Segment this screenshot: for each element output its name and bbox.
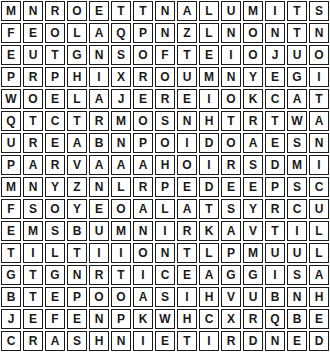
grid-cell-r16c11[interactable]: R [221, 331, 241, 351]
grid-cell-r8c8[interactable]: H [155, 155, 175, 175]
grid-cell-r10c14[interactable]: C [287, 199, 307, 219]
grid-cell-r15c3[interactable]: F [45, 309, 65, 329]
grid-cell-r8c2[interactable]: A [23, 155, 43, 175]
grid-cell-r10c9[interactable]: A [177, 199, 197, 219]
grid-cell-r1c8[interactable]: N [155, 1, 175, 21]
grid-cell-r6c13[interactable]: T [265, 111, 285, 131]
grid-cell-r11c12[interactable]: V [243, 221, 263, 241]
grid-cell-r16c1[interactable]: C [1, 331, 21, 351]
grid-cell-r12c14[interactable]: U [287, 243, 307, 263]
grid-cell-r16c2[interactable]: R [23, 331, 43, 351]
grid-cell-r2c11[interactable]: N [221, 23, 241, 43]
grid-cell-r8c12[interactable]: S [243, 155, 263, 175]
grid-cell-r8c4[interactable]: V [67, 155, 87, 175]
grid-cell-r14c11[interactable]: V [221, 287, 241, 307]
grid-cell-r13c2[interactable]: T [23, 265, 43, 285]
grid-cell-r8c14[interactable]: M [287, 155, 307, 175]
grid-cell-r7c2[interactable]: R [23, 133, 43, 153]
grid-cell-r1c7[interactable]: T [133, 1, 153, 21]
grid-cell-r6c12[interactable]: R [243, 111, 263, 131]
grid-cell-r15c14[interactable]: B [287, 309, 307, 329]
grid-cell-r5c12[interactable]: K [243, 89, 263, 109]
grid-cell-r3c4[interactable]: G [67, 45, 87, 65]
grid-cell-r12c9[interactable]: T [177, 243, 197, 263]
grid-cell-r9c13[interactable]: P [265, 177, 285, 197]
grid-cell-r14c5[interactable]: O [89, 287, 109, 307]
grid-cell-r3c10[interactable]: E [199, 45, 219, 65]
grid-cell-r9c15[interactable]: C [309, 177, 329, 197]
grid-cell-r7c8[interactable]: O [155, 133, 175, 153]
grid-cell-r10c7[interactable]: A [133, 199, 153, 219]
grid-cell-r1c10[interactable]: L [199, 1, 219, 21]
grid-cell-r9c3[interactable]: Y [45, 177, 65, 197]
grid-cell-r5c3[interactable]: E [45, 89, 65, 109]
grid-cell-r10c5[interactable]: E [89, 199, 109, 219]
grid-cell-r16c3[interactable]: A [45, 331, 65, 351]
grid-cell-r11c1[interactable]: E [1, 221, 21, 241]
grid-cell-r6c11[interactable]: T [221, 111, 241, 131]
grid-cell-r4c8[interactable]: O [155, 67, 175, 87]
grid-cell-r6c4[interactable]: T [67, 111, 87, 131]
grid-cell-r1c4[interactable]: O [67, 1, 87, 21]
grid-cell-r12c3[interactable]: L [45, 243, 65, 263]
grid-cell-r15c1[interactable]: J [1, 309, 21, 329]
grid-cell-r16c13[interactable]: N [265, 331, 285, 351]
grid-cell-r13c15[interactable]: A [309, 265, 329, 285]
grid-cell-r14c4[interactable]: P [67, 287, 87, 307]
grid-cell-r15c2[interactable]: E [23, 309, 43, 329]
grid-cell-r11c10[interactable]: K [199, 221, 219, 241]
grid-cell-r15c12[interactable]: R [243, 309, 263, 329]
grid-cell-r6c14[interactable]: W [287, 111, 307, 131]
grid-cell-r2c3[interactable]: O [45, 23, 65, 43]
grid-cell-r3c11[interactable]: I [221, 45, 241, 65]
grid-cell-r5c5[interactable]: A [89, 89, 109, 109]
grid-cell-r8c15[interactable]: I [309, 155, 329, 175]
grid-cell-r14c15[interactable]: H [309, 287, 329, 307]
grid-cell-r13c13[interactable]: I [265, 265, 285, 285]
grid-cell-r4c14[interactable]: G [287, 67, 307, 87]
grid-cell-r4c12[interactable]: Y [243, 67, 263, 87]
grid-cell-r4c5[interactable]: I [89, 67, 109, 87]
grid-cell-r7c14[interactable]: S [287, 133, 307, 153]
grid-cell-r4c15[interactable]: I [309, 67, 329, 87]
grid-cell-r10c11[interactable]: S [221, 199, 241, 219]
grid-cell-r11c13[interactable]: T [265, 221, 285, 241]
grid-cell-r9c4[interactable]: Z [67, 177, 87, 197]
grid-cell-r12c2[interactable]: I [23, 243, 43, 263]
grid-cell-r4c3[interactable]: P [45, 67, 65, 87]
grid-cell-r14c2[interactable]: T [23, 287, 43, 307]
grid-cell-r13c10[interactable]: A [199, 265, 219, 285]
grid-cell-r15c8[interactable]: W [155, 309, 175, 329]
grid-cell-r15c11[interactable]: X [221, 309, 241, 329]
grid-cell-r10c4[interactable]: Y [67, 199, 87, 219]
grid-cell-r6c8[interactable]: S [155, 111, 175, 131]
grid-cell-r5c2[interactable]: O [23, 89, 43, 109]
grid-cell-r13c9[interactable]: E [177, 265, 197, 285]
word-search-grid: MNROETTNALUMITSFEOLAQPNZLNONTNEUTGNSOFTE… [0, 0, 330, 352]
grid-cell-r14c12[interactable]: U [243, 287, 263, 307]
grid-cell-r8c5[interactable]: A [89, 155, 109, 175]
grid-cell-r9c6[interactable]: L [111, 177, 131, 197]
grid-cell-r11c7[interactable]: N [133, 221, 153, 241]
grid-cell-r1c2[interactable]: N [23, 1, 43, 21]
grid-cell-r8c3[interactable]: R [45, 155, 65, 175]
grid-cell-r2c5[interactable]: A [89, 23, 109, 43]
grid-cell-r7c10[interactable]: D [199, 133, 219, 153]
grid-cell-r3c15[interactable]: O [309, 45, 329, 65]
grid-cell-r2c12[interactable]: O [243, 23, 263, 43]
grid-cell-r2c13[interactable]: N [265, 23, 285, 43]
grid-cell-r10c8[interactable]: L [155, 199, 175, 219]
grid-cell-r15c4[interactable]: E [67, 309, 87, 329]
grid-cell-r3c13[interactable]: J [265, 45, 285, 65]
grid-cell-r6c6[interactable]: M [111, 111, 131, 131]
grid-cell-r9c5[interactable]: N [89, 177, 109, 197]
grid-cell-r2c8[interactable]: N [155, 23, 175, 43]
grid-cell-r7c12[interactable]: A [243, 133, 263, 153]
grid-cell-r11c6[interactable]: M [111, 221, 131, 241]
grid-cell-r15c13[interactable]: Q [265, 309, 285, 329]
grid-cell-r7c9[interactable]: I [177, 133, 197, 153]
grid-cell-r5c6[interactable]: J [111, 89, 131, 109]
grid-cell-r15c9[interactable]: H [177, 309, 197, 329]
grid-cell-r7c5[interactable]: B [89, 133, 109, 153]
grid-cell-r10c10[interactable]: T [199, 199, 219, 219]
grid-cell-r10c3[interactable]: O [45, 199, 65, 219]
grid-cell-r5c14[interactable]: A [287, 89, 307, 109]
grid-cell-r12c5[interactable]: I [89, 243, 109, 263]
grid-cell-r4c6[interactable]: X [111, 67, 131, 87]
grid-cell-r3c2[interactable]: U [23, 45, 43, 65]
grid-cell-r9c1[interactable]: M [1, 177, 21, 197]
grid-cell-r10c2[interactable]: S [23, 199, 43, 219]
grid-cell-r3c6[interactable]: S [111, 45, 131, 65]
grid-cell-r2c2[interactable]: E [23, 23, 43, 43]
grid-cell-r7c4[interactable]: A [67, 133, 87, 153]
grid-cell-r16c6[interactable]: N [111, 331, 131, 351]
grid-cell-r8c7[interactable]: A [133, 155, 153, 175]
grid-cell-r1c6[interactable]: T [111, 1, 131, 21]
grid-cell-r10c6[interactable]: O [111, 199, 131, 219]
grid-cell-r1c14[interactable]: T [287, 1, 307, 21]
grid-cell-r16c5[interactable]: H [89, 331, 109, 351]
grid-cell-r9c10[interactable]: D [199, 177, 219, 197]
grid-cell-r13c3[interactable]: G [45, 265, 65, 285]
grid-cell-r8c9[interactable]: O [177, 155, 197, 175]
grid-cell-r5c10[interactable]: I [199, 89, 219, 109]
grid-cell-r4c2[interactable]: R [23, 67, 43, 87]
grid-cell-r3c8[interactable]: F [155, 45, 175, 65]
grid-cell-r6c1[interactable]: Q [1, 111, 21, 131]
grid-cell-r2c6[interactable]: Q [111, 23, 131, 43]
grid-cell-r16c8[interactable]: E [155, 331, 175, 351]
grid-cell-r12c11[interactable]: P [221, 243, 241, 263]
grid-cell-r14c1[interactable]: B [1, 287, 21, 307]
grid-cell-r4c4[interactable]: H [67, 67, 87, 87]
grid-cell-r9c7[interactable]: R [133, 177, 153, 197]
grid-cell-r15c6[interactable]: P [111, 309, 131, 329]
grid-cell-r6c2[interactable]: T [23, 111, 43, 131]
grid-cell-r3c3[interactable]: T [45, 45, 65, 65]
grid-cell-r9c8[interactable]: P [155, 177, 175, 197]
grid-cell-r14c14[interactable]: N [287, 287, 307, 307]
grid-cell-r5c1[interactable]: W [1, 89, 21, 109]
grid-cell-r1c5[interactable]: E [89, 1, 109, 21]
grid-cell-r6c10[interactable]: H [199, 111, 219, 131]
grid-cell-r14c3[interactable]: E [45, 287, 65, 307]
grid-cell-r2c9[interactable]: Z [177, 23, 197, 43]
grid-cell-r11c9[interactable]: R [177, 221, 197, 241]
grid-cell-r3c9[interactable]: T [177, 45, 197, 65]
grid-cell-r3c12[interactable]: O [243, 45, 263, 65]
grid-cell-r5c11[interactable]: O [221, 89, 241, 109]
grid-cell-r7c3[interactable]: E [45, 133, 65, 153]
grid-cell-r15c5[interactable]: N [89, 309, 109, 329]
grid-cell-r6c5[interactable]: R [89, 111, 109, 131]
grid-cell-r10c1[interactable]: F [1, 199, 21, 219]
grid-cell-r15c10[interactable]: C [199, 309, 219, 329]
grid-cell-r9c12[interactable]: E [243, 177, 263, 197]
grid-cell-r2c10[interactable]: L [199, 23, 219, 43]
grid-cell-r4c13[interactable]: E [265, 67, 285, 87]
grid-cell-r11c3[interactable]: S [45, 221, 65, 241]
grid-cell-r4c7[interactable]: R [133, 67, 153, 87]
grid-cell-r13c5[interactable]: R [89, 265, 109, 285]
grid-cell-r16c7[interactable]: I [133, 331, 153, 351]
grid-cell-r2c4[interactable]: L [67, 23, 87, 43]
grid-cell-r8c11[interactable]: R [221, 155, 241, 175]
grid-cell-r3c1[interactable]: E [1, 45, 21, 65]
grid-cell-r11c15[interactable]: L [309, 221, 329, 241]
grid-cell-r7c11[interactable]: O [221, 133, 241, 153]
grid-cell-r3c5[interactable]: N [89, 45, 109, 65]
grid-cell-r1c9[interactable]: A [177, 1, 197, 21]
grid-cell-r1c1[interactable]: M [1, 1, 21, 21]
grid-cell-r13c7[interactable]: I [133, 265, 153, 285]
grid-cell-r16c15[interactable]: D [309, 331, 329, 351]
grid-cell-r15c15[interactable]: E [309, 309, 329, 329]
grid-cell-r5c4[interactable]: L [67, 89, 87, 109]
grid-cell-r5c7[interactable]: E [133, 89, 153, 109]
grid-cell-r16c12[interactable]: D [243, 331, 263, 351]
grid-cell-r1c3[interactable]: R [45, 1, 65, 21]
grid-cell-r14c6[interactable]: O [111, 287, 131, 307]
grid-cell-r10c12[interactable]: Y [243, 199, 263, 219]
grid-cell-r7c15[interactable]: N [309, 133, 329, 153]
grid-cell-r16c10[interactable]: I [199, 331, 219, 351]
grid-cell-r12c6[interactable]: I [111, 243, 131, 263]
grid-cell-r1c12[interactable]: M [243, 1, 263, 21]
grid-cell-r10c15[interactable]: U [309, 199, 329, 219]
grid-cell-r12c4[interactable]: T [67, 243, 87, 263]
grid-cell-r13c12[interactable]: G [243, 265, 263, 285]
grid-cell-r11c2[interactable]: M [23, 221, 43, 241]
grid-cell-r12c15[interactable]: L [309, 243, 329, 263]
grid-cell-r13c1[interactable]: G [1, 265, 21, 285]
grid-cell-r13c8[interactable]: C [155, 265, 175, 285]
grid-cell-r4c11[interactable]: N [221, 67, 241, 87]
grid-cell-r8c10[interactable]: I [199, 155, 219, 175]
grid-cell-r7c1[interactable]: U [1, 133, 21, 153]
grid-cell-r1c13[interactable]: I [265, 1, 285, 21]
grid-cell-r13c11[interactable]: G [221, 265, 241, 285]
grid-cell-r11c11[interactable]: A [221, 221, 241, 241]
grid-cell-r13c4[interactable]: N [67, 265, 87, 285]
grid-cell-r12c12[interactable]: M [243, 243, 263, 263]
grid-cell-r11c8[interactable]: I [155, 221, 175, 241]
grid-cell-r16c14[interactable]: E [287, 331, 307, 351]
grid-cell-r13c14[interactable]: S [287, 265, 307, 285]
grid-cell-r4c10[interactable]: M [199, 67, 219, 87]
grid-cell-r14c10[interactable]: H [199, 287, 219, 307]
grid-cell-r6c7[interactable]: O [133, 111, 153, 131]
grid-cell-r12c7[interactable]: O [133, 243, 153, 263]
grid-cell-r2c14[interactable]: T [287, 23, 307, 43]
grid-cell-r2c1[interactable]: F [1, 23, 21, 43]
grid-cell-r6c9[interactable]: N [177, 111, 197, 131]
grid-cell-r16c9[interactable]: T [177, 331, 197, 351]
grid-cell-r3c7[interactable]: O [133, 45, 153, 65]
grid-cell-r1c15[interactable]: S [309, 1, 329, 21]
grid-cell-r15c7[interactable]: K [133, 309, 153, 329]
grid-cell-r12c10[interactable]: L [199, 243, 219, 263]
grid-cell-r13c6[interactable]: T [111, 265, 131, 285]
grid-cell-r6c15[interactable]: A [309, 111, 329, 131]
grid-cell-r5c13[interactable]: C [265, 89, 285, 109]
grid-cell-r12c13[interactable]: U [265, 243, 285, 263]
grid-cell-r14c13[interactable]: B [265, 287, 285, 307]
grid-cell-r9c2[interactable]: N [23, 177, 43, 197]
grid-cell-r5c15[interactable]: T [309, 89, 329, 109]
grid-cell-r1c11[interactable]: U [221, 1, 241, 21]
grid-cell-r11c5[interactable]: U [89, 221, 109, 241]
grid-cell-r5c8[interactable]: R [155, 89, 175, 109]
grid-cell-r12c8[interactable]: N [155, 243, 175, 263]
grid-cell-r14c8[interactable]: S [155, 287, 175, 307]
grid-cell-r11c4[interactable]: B [67, 221, 87, 241]
grid-cell-r7c6[interactable]: N [111, 133, 131, 153]
grid-cell-r9c14[interactable]: S [287, 177, 307, 197]
grid-cell-r6c3[interactable]: C [45, 111, 65, 131]
grid-cell-r7c13[interactable]: E [265, 133, 285, 153]
grid-cell-r4c1[interactable]: P [1, 67, 21, 87]
grid-cell-r9c11[interactable]: E [221, 177, 241, 197]
grid-cell-r7c7[interactable]: P [133, 133, 153, 153]
grid-cell-r2c7[interactable]: P [133, 23, 153, 43]
grid-cell-r14c9[interactable]: I [177, 287, 197, 307]
grid-cell-r11c14[interactable]: I [287, 221, 307, 241]
grid-cell-r4c9[interactable]: U [177, 67, 197, 87]
grid-cell-r2c15[interactable]: N [309, 23, 329, 43]
grid-cell-r3c14[interactable]: U [287, 45, 307, 65]
grid-cell-r5c9[interactable]: E [177, 89, 197, 109]
grid-cell-r12c1[interactable]: T [1, 243, 21, 263]
grid-cell-r8c6[interactable]: A [111, 155, 131, 175]
grid-cell-r8c1[interactable]: P [1, 155, 21, 175]
grid-cell-r14c7[interactable]: A [133, 287, 153, 307]
grid-cell-r16c4[interactable]: S [67, 331, 87, 351]
grid-cell-r9c9[interactable]: E [177, 177, 197, 197]
grid-cell-r8c13[interactable]: D [265, 155, 285, 175]
grid-cell-r10c13[interactable]: R [265, 199, 285, 219]
